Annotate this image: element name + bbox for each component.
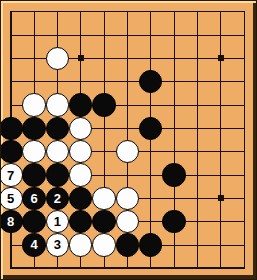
- white-stone: [116, 210, 140, 234]
- white-stone-move-3: 3: [46, 233, 70, 257]
- black-stone: [22, 210, 46, 234]
- black-stone: [46, 117, 70, 141]
- white-stone: [69, 163, 93, 187]
- white-stone: [46, 47, 70, 71]
- move-number: 6: [30, 192, 37, 205]
- black-stone-move-2: 2: [46, 187, 70, 211]
- white-stone: [69, 233, 93, 257]
- black-stone: [22, 163, 46, 187]
- move-number: 4: [30, 238, 37, 251]
- black-stone-move-4: 4: [22, 233, 46, 257]
- star-point: [218, 55, 224, 61]
- grid-line-horizontal: [10, 35, 245, 36]
- black-stone: [69, 93, 93, 117]
- grid-line-vertical: [244, 11, 245, 269]
- move-number: 3: [54, 238, 61, 251]
- white-stone: [46, 140, 70, 164]
- white-stone: [116, 140, 140, 164]
- black-stone: [162, 163, 186, 187]
- black-stone: [0, 140, 23, 164]
- grid-line-horizontal: [10, 11, 245, 12]
- black-stone: [69, 210, 93, 234]
- white-stone-move-1: 1: [46, 210, 70, 234]
- white-stone: [92, 233, 116, 257]
- grid-line-vertical: [197, 11, 198, 269]
- move-number: 5: [7, 192, 14, 205]
- black-stone: [162, 210, 186, 234]
- black-stone: [22, 117, 46, 141]
- white-stone: [92, 187, 116, 211]
- black-stone: [139, 233, 163, 257]
- white-stone: [22, 140, 46, 164]
- white-stone: [116, 187, 140, 211]
- black-stone-move-6: 6: [22, 187, 46, 211]
- grid-line-vertical: [220, 11, 221, 269]
- black-stone: [139, 70, 163, 94]
- star-point: [78, 55, 84, 61]
- grid-line-horizontal: [10, 81, 245, 82]
- go-board: 75628143: [0, 0, 257, 280]
- black-stone: [46, 163, 70, 187]
- white-stone: [69, 140, 93, 164]
- black-stone: [139, 117, 163, 141]
- white-stone: [22, 93, 46, 117]
- black-stone: [92, 93, 116, 117]
- black-stone: [92, 210, 116, 234]
- black-stone: [69, 187, 93, 211]
- black-stone: [0, 117, 23, 141]
- star-point: [218, 195, 224, 201]
- move-number: 2: [54, 192, 61, 205]
- white-stone-move-7: 7: [0, 163, 23, 187]
- move-number: 7: [7, 169, 14, 182]
- white-stone: [46, 93, 70, 117]
- white-stone-move-5: 5: [0, 187, 23, 211]
- black-stone-move-8: 8: [0, 210, 23, 234]
- move-number: 8: [7, 215, 14, 228]
- move-number: 1: [54, 215, 61, 228]
- grid-line-horizontal: [10, 267, 245, 269]
- white-stone: [69, 117, 93, 141]
- black-stone: [116, 233, 140, 257]
